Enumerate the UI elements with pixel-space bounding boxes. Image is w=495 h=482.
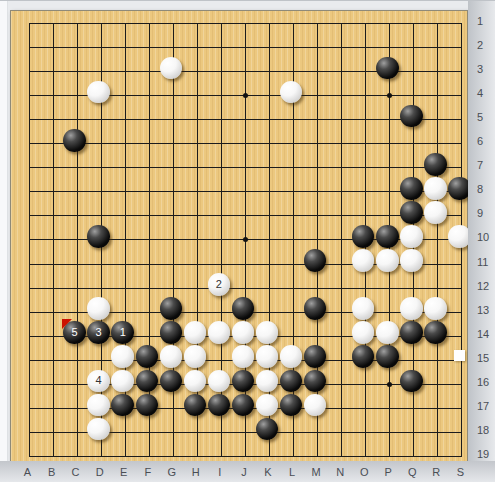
stone-black-M11[interactable] <box>304 249 327 272</box>
go-board[interactable]: 25314 <box>10 10 468 462</box>
stone-white-O14[interactable] <box>352 321 375 344</box>
stone-black-F16[interactable] <box>136 370 159 393</box>
stone-white-D16[interactable]: 4 <box>87 370 110 393</box>
stone-white-D4[interactable] <box>87 81 110 104</box>
stone-black-R7[interactable] <box>424 153 447 176</box>
stone-white-E16[interactable] <box>111 370 134 393</box>
column-coordinate-strip: ABCDEFGHIJKLMNOPQRS <box>0 461 495 482</box>
white-square-marker <box>454 350 465 361</box>
star-point <box>387 93 392 98</box>
stone-white-P11[interactable] <box>376 249 399 272</box>
stone-white-K17[interactable] <box>256 394 279 417</box>
red-triangle-marker <box>62 319 72 329</box>
row-label-9: 9 <box>477 207 495 220</box>
column-label-R: R <box>428 466 444 479</box>
column-label-C: C <box>68 466 84 479</box>
stone-white-O13[interactable] <box>352 297 375 320</box>
stone-white-L15[interactable] <box>280 345 303 368</box>
column-label-L: L <box>284 466 300 479</box>
stone-white-H15[interactable] <box>184 345 207 368</box>
stone-white-H14[interactable] <box>184 321 207 344</box>
stone-black-D10[interactable] <box>87 225 110 248</box>
row-label-6: 6 <box>477 135 495 148</box>
stone-black-J16[interactable] <box>232 370 255 393</box>
column-label-P: P <box>380 466 396 479</box>
stone-white-P14[interactable] <box>376 321 399 344</box>
stone-black-Q5[interactable] <box>400 105 423 128</box>
stone-white-G15[interactable] <box>160 345 183 368</box>
stone-black-J13[interactable] <box>232 297 255 320</box>
stone-white-K15[interactable] <box>256 345 279 368</box>
stone-white-R8[interactable] <box>424 177 447 200</box>
stone-black-M16[interactable] <box>304 370 327 393</box>
row-label-17: 17 <box>477 400 495 413</box>
stone-white-K16[interactable] <box>256 370 279 393</box>
stone-black-P3[interactable] <box>376 57 399 80</box>
stone-white-Q13[interactable] <box>400 297 423 320</box>
row-label-3: 3 <box>477 63 495 76</box>
row-label-2: 2 <box>477 39 495 52</box>
column-label-G: G <box>164 466 180 479</box>
row-label-4: 4 <box>477 87 495 100</box>
row-label-16: 16 <box>477 376 495 389</box>
stone-white-I16[interactable] <box>208 370 231 393</box>
stone-black-E17[interactable] <box>111 394 134 417</box>
star-point <box>243 237 248 242</box>
column-label-J: J <box>236 466 252 479</box>
move-number-label: 3 <box>96 327 102 338</box>
stone-white-M17[interactable] <box>304 394 327 417</box>
stone-black-D14[interactable]: 3 <box>87 321 110 344</box>
column-label-M: M <box>308 466 324 479</box>
column-label-A: A <box>20 466 36 479</box>
row-label-13: 13 <box>477 304 495 317</box>
stone-black-F15[interactable] <box>136 345 159 368</box>
go-application-window: 25314 12345678910111213141516171819 ABCD… <box>0 0 495 482</box>
row-label-19: 19 <box>477 448 495 461</box>
grid-line-vertical <box>269 23 270 457</box>
stone-white-O11[interactable] <box>352 249 375 272</box>
column-label-B: B <box>44 466 60 479</box>
stone-white-J15[interactable] <box>232 345 255 368</box>
grid-line-vertical <box>317 23 318 457</box>
stone-black-J17[interactable] <box>232 394 255 417</box>
stone-black-R14[interactable] <box>424 321 447 344</box>
window-left-gutter <box>0 1 8 482</box>
row-label-18: 18 <box>477 424 495 437</box>
stone-white-Q10[interactable] <box>400 225 423 248</box>
row-label-10: 10 <box>477 231 495 244</box>
column-label-D: D <box>92 466 108 479</box>
stone-black-I17[interactable] <box>208 394 231 417</box>
stone-white-Q11[interactable] <box>400 249 423 272</box>
star-point <box>387 382 392 387</box>
move-number-label: 2 <box>216 279 222 290</box>
row-label-12: 12 <box>477 280 495 293</box>
stone-black-O10[interactable] <box>352 225 375 248</box>
stone-white-D13[interactable] <box>87 297 110 320</box>
column-label-F: F <box>140 466 156 479</box>
stone-black-Q8[interactable] <box>400 177 423 200</box>
row-label-14: 14 <box>477 328 495 341</box>
move-number-label: 1 <box>120 327 126 338</box>
row-coordinate-strip: 12345678910111213141516171819 <box>468 1 495 482</box>
stone-black-L16[interactable] <box>280 370 303 393</box>
star-point <box>243 93 248 98</box>
grid-line-horizontal <box>29 288 463 289</box>
stone-black-G14[interactable] <box>160 321 183 344</box>
stone-black-P10[interactable] <box>376 225 399 248</box>
column-label-H: H <box>188 466 204 479</box>
row-label-11: 11 <box>477 256 495 269</box>
stone-black-L17[interactable] <box>280 394 303 417</box>
column-label-E: E <box>116 466 132 479</box>
stone-white-D18[interactable] <box>87 418 110 441</box>
stone-white-E15[interactable] <box>111 345 134 368</box>
stone-black-Q16[interactable] <box>400 370 423 393</box>
stone-black-G13[interactable] <box>160 297 183 320</box>
grid-line-horizontal <box>29 456 463 457</box>
stone-black-E14[interactable]: 1 <box>111 321 134 344</box>
stone-black-M13[interactable] <box>304 297 327 320</box>
stone-black-H17[interactable] <box>184 394 207 417</box>
stone-black-Q9[interactable] <box>400 201 423 224</box>
row-label-15: 15 <box>477 352 495 365</box>
row-label-5: 5 <box>477 111 495 124</box>
grid-line-vertical <box>437 23 438 457</box>
stone-white-J14[interactable] <box>232 321 255 344</box>
column-label-O: O <box>356 466 372 479</box>
stone-white-G3[interactable] <box>160 57 183 80</box>
stone-white-L4[interactable] <box>280 81 303 104</box>
column-label-N: N <box>332 466 348 479</box>
stone-white-K14[interactable] <box>256 321 279 344</box>
column-label-K: K <box>260 466 276 479</box>
column-label-S: S <box>452 466 468 479</box>
stone-white-R13[interactable] <box>424 297 447 320</box>
stone-black-P15[interactable] <box>376 345 399 368</box>
stone-black-Q14[interactable] <box>400 321 423 344</box>
stone-black-M15[interactable] <box>304 345 327 368</box>
stone-white-D17[interactable] <box>87 394 110 417</box>
stone-black-C6[interactable] <box>63 129 86 152</box>
stone-black-G16[interactable] <box>160 370 183 393</box>
row-label-1: 1 <box>477 15 495 28</box>
grid-line-vertical <box>341 23 342 457</box>
column-label-Q: Q <box>404 466 420 479</box>
stone-black-F17[interactable] <box>136 394 159 417</box>
row-label-8: 8 <box>477 183 495 196</box>
stone-white-I12[interactable]: 2 <box>208 273 231 296</box>
stone-white-I14[interactable] <box>208 321 231 344</box>
move-number-label: 5 <box>72 327 78 338</box>
stone-white-H16[interactable] <box>184 370 207 393</box>
row-label-7: 7 <box>477 159 495 172</box>
column-label-I: I <box>212 466 228 479</box>
move-number-label: 4 <box>96 375 102 386</box>
stone-black-O15[interactable] <box>352 345 375 368</box>
stone-black-K18[interactable] <box>256 418 279 441</box>
stone-white-R9[interactable] <box>424 201 447 224</box>
